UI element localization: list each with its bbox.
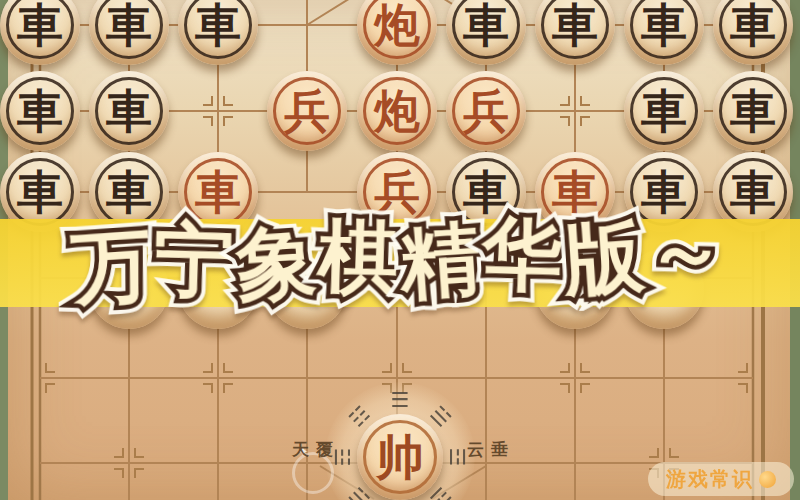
piece-車-black[interactable]: 車	[178, 0, 258, 65]
title-banner: 万宁象棋精华版～	[0, 219, 800, 307]
piece-character: 車	[0, 0, 80, 65]
banner-character: ～	[645, 198, 730, 308]
banner-character: 象	[232, 208, 321, 321]
piece-車-black[interactable]: 車	[624, 0, 704, 65]
piece-炮-red[interactable]: 炮	[357, 0, 437, 65]
piece-character: 炮	[357, 71, 437, 151]
piece-character: 車	[89, 0, 169, 65]
banner-title-text: 万宁象棋精华版～	[0, 198, 800, 324]
banner-character: 华	[481, 201, 566, 311]
piece-車-black[interactable]: 車	[446, 0, 526, 65]
piece-車-black[interactable]: 車	[0, 71, 80, 151]
piece-character: 兵	[267, 71, 347, 151]
piece-車-black[interactable]: 車	[535, 0, 615, 65]
game-screen: 車車車炮車車車車車車兵炮兵車車車車車兵車車車車帅 ☰☱☲☳☴☵☶☷ 天覆 云垂 …	[0, 0, 800, 500]
piece-車-black[interactable]: 車	[713, 71, 793, 151]
banner-character: 版	[560, 203, 649, 316]
watermark-text: 游戏常识	[666, 466, 754, 493]
watermark-badge: 游戏常识	[648, 462, 794, 496]
piece-車-black[interactable]: 車	[713, 0, 793, 65]
piece-character: 車	[0, 71, 80, 151]
banner-character: 精	[396, 206, 485, 319]
piece-character: 車	[535, 0, 615, 65]
watermark-icon	[759, 471, 776, 488]
piece-帅-red[interactable]: 帅	[357, 414, 443, 500]
piece-車-black[interactable]: 車	[89, 71, 169, 151]
banner-character: 万	[69, 211, 158, 324]
piece-character: 車	[446, 0, 526, 65]
piece-character: 車	[624, 71, 704, 151]
decor-label-right: 云垂	[467, 438, 515, 461]
banner-character: 宁	[153, 207, 238, 317]
trigram-icon: ☲	[445, 448, 469, 467]
piece-車-black[interactable]: 車	[0, 0, 80, 65]
piece-車-black[interactable]: 車	[624, 71, 704, 151]
decor-label-left: 天覆	[292, 438, 340, 461]
piece-兵-red[interactable]: 兵	[446, 71, 526, 151]
piece-車-black[interactable]: 車	[89, 0, 169, 65]
banner-character: 棋	[317, 204, 402, 314]
piece-character: 車	[713, 71, 793, 151]
piece-兵-red[interactable]: 兵	[267, 71, 347, 151]
piece-character: 車	[713, 0, 793, 65]
trigram-icon: ☰	[391, 388, 410, 412]
piece-character: 車	[178, 0, 258, 65]
piece-character: 炮	[357, 0, 437, 65]
piece-炮-red[interactable]: 炮	[357, 71, 437, 151]
piece-character: 帅	[357, 414, 443, 500]
piece-character: 車	[624, 0, 704, 65]
piece-character: 車	[89, 71, 169, 151]
piece-character: 兵	[446, 71, 526, 151]
